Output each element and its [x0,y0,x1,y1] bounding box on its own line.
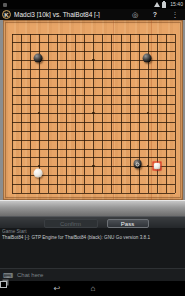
grid-line [130,34,131,193]
pass-button[interactable]: Pass [107,219,149,228]
grid-line [12,157,175,158]
grid-line [12,122,175,123]
wood-grain [151,20,153,200]
grid-line [175,34,176,193]
notification-icon [3,3,7,7]
star-point [147,165,149,167]
grid-line [166,34,167,193]
go-board[interactable] [3,20,183,200]
wifi-icon [154,2,160,7]
status-bar: 15:40 [0,0,185,9]
star-point [92,59,94,61]
app-screen: 15:40 K Madci3 [10k] vs. ThaiBot84 [-] ◎… [0,0,185,296]
android-nav-bar: ↩ ⌂ [0,281,185,296]
grid-line [12,184,175,185]
grid-line [12,149,175,150]
log-engine-info: ThaiBot84 [-]: GTP Engine for ThaiBot84 … [2,235,150,240]
star-point [147,112,149,114]
black-stone [34,54,43,63]
white-stone [34,169,43,178]
grid-line [102,34,103,193]
star-point [92,165,94,167]
stone-target-icon[interactable]: ◎ [125,9,145,20]
overflow-menu-icon[interactable]: ⋮ [165,9,185,20]
confirm-button[interactable]: Confirm [44,219,98,228]
star-point [38,165,40,167]
grid-line [111,34,112,193]
battery-icon [162,2,166,8]
game-log: Game Start ThaiBot84 [-]: GTP Engine for… [0,228,185,268]
chat-input[interactable]: ⌨ Chat here [0,268,185,281]
board-area [0,20,185,200]
clock-time: 15:40 [170,1,183,9]
action-bar: K Madci3 [10k] vs. ThaiBot84 [-] ◎ ? ⋮ [0,9,185,20]
black-stone [133,160,142,169]
grid-line [12,131,175,132]
last-move-marker [152,162,161,171]
home-button[interactable]: ⌂ [83,281,103,296]
wood-grain [113,20,115,200]
grid-line [12,140,175,141]
grid-line [139,34,140,193]
star-point [38,112,40,114]
player-tray-bar: 19:48 19:50 [0,200,185,216]
previous-move-marker [136,162,140,166]
star-point [92,112,94,114]
back-button[interactable]: ↩ [47,281,67,296]
log-game-start: Game Start [2,229,27,234]
app-logo-icon: K [2,10,11,19]
game-title: Madci3 [10k] vs. ThaiBot84 [-] [14,11,125,18]
help-icon[interactable]: ? [145,9,165,20]
game-button-row: Confirm Pass [0,216,185,228]
black-stone [142,54,151,63]
recents-button[interactable] [0,281,7,288]
grid-line [121,34,122,193]
grid-line [12,193,175,194]
